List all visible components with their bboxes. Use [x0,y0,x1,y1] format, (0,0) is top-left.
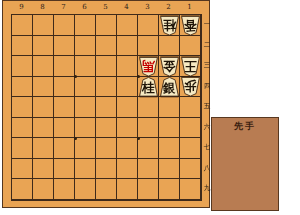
piece-gote-king-1-3[interactable]: 王 [181,57,200,77]
rank-label: 八 [203,158,211,177]
piece-gote-pawn-1-4[interactable]: 歩 [181,77,200,97]
file-label: 1 [179,1,200,13]
piece-gote-gold-2-3[interactable]: 金 [160,57,179,77]
rank-label: 六 [203,117,211,136]
svg-text:金: 金 [163,58,177,73]
rank-label: 二 [203,35,211,54]
svg-text:桂: 桂 [141,80,155,95]
piece-sente-knight-3-4[interactable]: 桂 [139,77,158,97]
svg-text:馬: 馬 [142,58,156,73]
file-label: 2 [158,1,179,13]
svg-text:桂: 桂 [163,17,177,32]
file-label: 9 [11,1,32,13]
svg-text:銀: 銀 [162,80,176,95]
sente-hand-label: 先手 [212,120,278,133]
rank-label: 四 [203,76,211,95]
file-label: 8 [32,1,53,13]
file-label: 5 [95,1,116,13]
rank-label: 七 [203,138,211,157]
shogi-diagram: 987654321 桂香馬金王桂銀歩 一二三四五六七八九 先手 [0,0,300,215]
piece-gote-knight-2-1[interactable]: 桂 [160,16,179,36]
rank-label: 三 [203,56,211,75]
shogi-board: 987654321 桂香馬金王桂銀歩 一二三四五六七八九 [2,0,210,208]
svg-text:王: 王 [184,58,197,73]
star-point [74,75,77,78]
piece-gote-lance-1-1[interactable]: 香 [181,16,200,36]
file-label: 3 [137,1,158,13]
rank-label: 五 [203,97,211,116]
rank-labels: 一二三四五六七八九 [203,14,211,199]
star-point [74,137,77,140]
file-label: 4 [116,1,137,13]
piece-sente-silver-2-4[interactable]: 銀 [160,77,179,97]
file-label: 6 [74,1,95,13]
star-point [137,137,140,140]
board-grid[interactable]: 桂香馬金王桂銀歩 [11,14,202,201]
svg-text:香: 香 [184,17,198,32]
file-labels: 987654321 [11,1,200,13]
rank-label: 九 [203,179,211,198]
file-label: 7 [53,1,74,13]
svg-text:歩: 歩 [184,79,198,94]
sente-hand-stand: 先手 [211,117,279,211]
rank-label: 一 [203,15,211,34]
piece-gote-horse-3-3[interactable]: 馬 [139,57,158,77]
